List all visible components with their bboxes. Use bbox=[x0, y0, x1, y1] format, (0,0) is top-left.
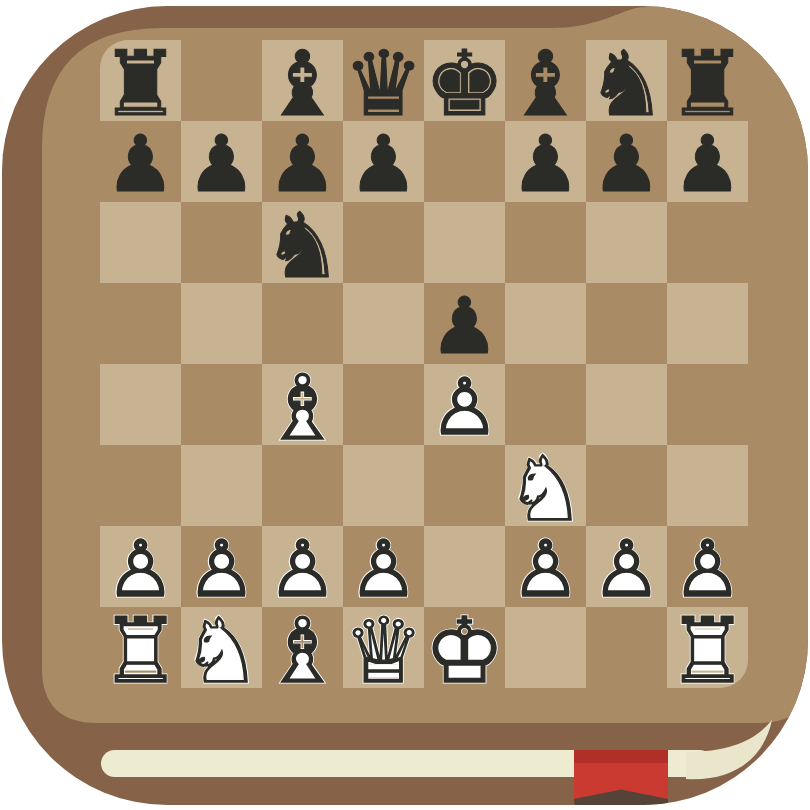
square-a5[interactable] bbox=[100, 283, 181, 364]
piece-white-rook[interactable]: ♜♖ bbox=[667, 607, 748, 688]
square-e8[interactable]: ♚ bbox=[424, 40, 505, 121]
piece-glyph: ♝ bbox=[505, 40, 586, 128]
square-g2[interactable]: ♟♙ bbox=[586, 526, 667, 607]
piece-glyph: ♛ bbox=[343, 40, 424, 128]
piece-white-knight[interactable]: ♞♘ bbox=[505, 445, 586, 526]
piece-outline-layer: ♙ bbox=[511, 530, 581, 608]
piece-outline-layer: ♘ bbox=[181, 605, 262, 688]
piece-glyph: ♝ bbox=[262, 40, 343, 128]
square-d6[interactable] bbox=[343, 202, 424, 283]
square-h7[interactable]: ♟ bbox=[667, 121, 748, 202]
square-c4[interactable]: ♝♗ bbox=[262, 364, 343, 445]
piece-black-pawn[interactable]: ♟ bbox=[667, 121, 748, 202]
piece-white-pawn[interactable]: ♟♙ bbox=[100, 526, 181, 607]
piece-outline-layer: ♙ bbox=[268, 530, 338, 608]
square-c2[interactable]: ♟♙ bbox=[262, 526, 343, 607]
piece-black-king[interactable]: ♚ bbox=[424, 40, 505, 121]
piece-outline-layer: ♙ bbox=[106, 530, 176, 608]
square-a8[interactable]: ♜ bbox=[100, 40, 181, 121]
piece-outline-layer: ♘ bbox=[505, 443, 586, 533]
square-b5[interactable] bbox=[181, 283, 262, 364]
square-f2[interactable]: ♟♙ bbox=[505, 526, 586, 607]
chess-board[interactable]: ♜♝♛♚♝♞♜♟♟♟♟♟♟♟♞♟♝♗♟♙♞♘♟♙♟♙♟♙♟♙♟♙♟♙♟♙♜♖♞♘… bbox=[100, 40, 748, 688]
piece-glyph: ♞ bbox=[586, 40, 667, 128]
piece-black-pawn[interactable]: ♟ bbox=[262, 121, 343, 202]
piece-outline-layer: ♙ bbox=[673, 530, 743, 608]
square-e5[interactable]: ♟ bbox=[424, 283, 505, 364]
piece-glyph: ♟ bbox=[511, 125, 581, 203]
bookmark-ribbon-fold bbox=[574, 750, 668, 763]
square-h8[interactable]: ♜ bbox=[667, 40, 748, 121]
piece-glyph: ♞ bbox=[262, 200, 343, 290]
square-e7[interactable] bbox=[424, 121, 505, 202]
square-e6[interactable] bbox=[424, 202, 505, 283]
square-h6[interactable] bbox=[667, 202, 748, 283]
square-h4[interactable] bbox=[667, 364, 748, 445]
piece-outline-layer: ♙ bbox=[430, 368, 500, 446]
piece-black-knight[interactable]: ♞ bbox=[262, 202, 343, 283]
piece-outline-layer: ♖ bbox=[667, 605, 748, 688]
square-a7[interactable]: ♟ bbox=[100, 121, 181, 202]
piece-black-pawn[interactable]: ♟ bbox=[586, 121, 667, 202]
piece-glyph: ♟ bbox=[268, 125, 338, 203]
square-d1[interactable]: ♛♕ bbox=[343, 607, 424, 688]
square-g5[interactable] bbox=[586, 283, 667, 364]
piece-white-king[interactable]: ♚♔ bbox=[424, 607, 505, 688]
square-a4[interactable] bbox=[100, 364, 181, 445]
piece-white-pawn[interactable]: ♟♙ bbox=[262, 526, 343, 607]
piece-black-pawn[interactable]: ♟ bbox=[505, 121, 586, 202]
square-a2[interactable]: ♟♙ bbox=[100, 526, 181, 607]
piece-white-pawn[interactable]: ♟♙ bbox=[505, 526, 586, 607]
piece-outline-layer: ♗ bbox=[262, 362, 343, 452]
square-e3[interactable] bbox=[424, 445, 505, 526]
piece-black-rook[interactable]: ♜ bbox=[100, 40, 181, 121]
piece-glyph: ♟ bbox=[349, 125, 419, 203]
piece-glyph: ♟ bbox=[106, 125, 176, 203]
square-f4[interactable] bbox=[505, 364, 586, 445]
piece-white-pawn[interactable]: ♟♙ bbox=[343, 526, 424, 607]
square-d8[interactable]: ♛ bbox=[343, 40, 424, 121]
piece-outline-layer: ♙ bbox=[349, 530, 419, 608]
piece-black-pawn[interactable]: ♟ bbox=[424, 283, 505, 364]
piece-white-pawn[interactable]: ♟♙ bbox=[424, 364, 505, 445]
piece-outline-layer: ♕ bbox=[343, 605, 424, 688]
square-f3[interactable]: ♞♘ bbox=[505, 445, 586, 526]
square-c7[interactable]: ♟ bbox=[262, 121, 343, 202]
piece-outline-layer: ♗ bbox=[262, 605, 343, 688]
piece-black-rook[interactable]: ♜ bbox=[667, 40, 748, 121]
square-d5[interactable] bbox=[343, 283, 424, 364]
square-b4[interactable] bbox=[181, 364, 262, 445]
square-f7[interactable]: ♟ bbox=[505, 121, 586, 202]
square-d3[interactable] bbox=[343, 445, 424, 526]
square-f6[interactable] bbox=[505, 202, 586, 283]
piece-black-bishop[interactable]: ♝ bbox=[262, 40, 343, 121]
square-c8[interactable]: ♝ bbox=[262, 40, 343, 121]
piece-black-bishop[interactable]: ♝ bbox=[505, 40, 586, 121]
piece-white-rook[interactable]: ♜♖ bbox=[100, 607, 181, 688]
piece-white-pawn[interactable]: ♟♙ bbox=[181, 526, 262, 607]
piece-black-queen[interactable]: ♛ bbox=[343, 40, 424, 121]
square-c6[interactable]: ♞ bbox=[262, 202, 343, 283]
square-h5[interactable] bbox=[667, 283, 748, 364]
square-g8[interactable]: ♞ bbox=[586, 40, 667, 121]
piece-glyph: ♜ bbox=[667, 40, 748, 128]
square-c5[interactable] bbox=[262, 283, 343, 364]
piece-white-knight[interactable]: ♞♘ bbox=[181, 607, 262, 688]
square-b7[interactable]: ♟ bbox=[181, 121, 262, 202]
piece-black-pawn[interactable]: ♟ bbox=[181, 121, 262, 202]
square-e1[interactable]: ♚♔ bbox=[424, 607, 505, 688]
square-e2[interactable] bbox=[424, 526, 505, 607]
piece-black-pawn[interactable]: ♟ bbox=[100, 121, 181, 202]
square-h3[interactable] bbox=[667, 445, 748, 526]
piece-white-bishop[interactable]: ♝♗ bbox=[262, 364, 343, 445]
square-g1[interactable] bbox=[586, 607, 667, 688]
book-cover: ♜♝♛♚♝♞♜♟♟♟♟♟♟♟♞♟♝♗♟♙♞♘♟♙♟♙♟♙♟♙♟♙♟♙♟♙♜♖♞♘… bbox=[2, 6, 808, 805]
piece-glyph: ♟ bbox=[592, 125, 662, 203]
piece-outline-layer: ♙ bbox=[592, 530, 662, 608]
square-f1[interactable] bbox=[505, 607, 586, 688]
piece-white-queen[interactable]: ♛♕ bbox=[343, 607, 424, 688]
square-c1[interactable]: ♝♗ bbox=[262, 607, 343, 688]
square-a3[interactable] bbox=[100, 445, 181, 526]
square-b2[interactable]: ♟♙ bbox=[181, 526, 262, 607]
piece-glyph: ♟ bbox=[430, 287, 500, 365]
piece-white-pawn[interactable]: ♟♙ bbox=[586, 526, 667, 607]
piece-glyph: ♚ bbox=[424, 40, 505, 128]
square-g4[interactable] bbox=[586, 364, 667, 445]
square-g7[interactable]: ♟ bbox=[586, 121, 667, 202]
square-a1[interactable]: ♜♖ bbox=[100, 607, 181, 688]
piece-outline-layer: ♖ bbox=[100, 605, 181, 688]
square-d4[interactable] bbox=[343, 364, 424, 445]
square-h1[interactable]: ♜♖ bbox=[667, 607, 748, 688]
square-g6[interactable] bbox=[586, 202, 667, 283]
square-c3[interactable] bbox=[262, 445, 343, 526]
square-h2[interactable]: ♟♙ bbox=[667, 526, 748, 607]
square-f8[interactable]: ♝ bbox=[505, 40, 586, 121]
square-b6[interactable] bbox=[181, 202, 262, 283]
piece-black-pawn[interactable]: ♟ bbox=[343, 121, 424, 202]
chess-book-icon: ♜♝♛♚♝♞♜♟♟♟♟♟♟♟♞♟♝♗♟♙♞♘♟♙♟♙♟♙♟♙♟♙♟♙♟♙♜♖♞♘… bbox=[0, 0, 810, 810]
piece-glyph: ♟ bbox=[187, 125, 257, 203]
piece-outline-layer: ♔ bbox=[424, 605, 505, 688]
piece-glyph: ♜ bbox=[100, 40, 181, 128]
square-b3[interactable] bbox=[181, 445, 262, 526]
piece-white-bishop[interactable]: ♝♗ bbox=[262, 607, 343, 688]
square-a6[interactable] bbox=[100, 202, 181, 283]
piece-glyph: ♟ bbox=[673, 125, 743, 203]
square-b1[interactable]: ♞♘ bbox=[181, 607, 262, 688]
piece-outline-layer: ♙ bbox=[187, 530, 257, 608]
square-g3[interactable] bbox=[586, 445, 667, 526]
square-d2[interactable]: ♟♙ bbox=[343, 526, 424, 607]
piece-black-knight[interactable]: ♞ bbox=[586, 40, 667, 121]
square-b8[interactable] bbox=[181, 40, 262, 121]
square-e4[interactable]: ♟♙ bbox=[424, 364, 505, 445]
square-f5[interactable] bbox=[505, 283, 586, 364]
piece-white-pawn[interactable]: ♟♙ bbox=[667, 526, 748, 607]
square-d7[interactable]: ♟ bbox=[343, 121, 424, 202]
